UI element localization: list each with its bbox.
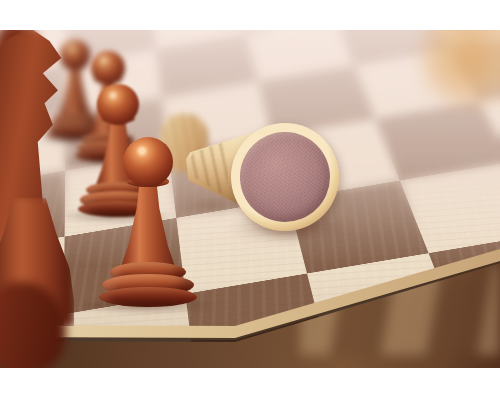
product-photo-canvas — [0, 0, 500, 400]
fallen-pawn-base-rim — [231, 123, 339, 231]
white-background-bottom — [0, 368, 500, 400]
pawn-head — [123, 137, 173, 187]
chess-set-photo — [0, 30, 500, 368]
pawn-in-focus-on-dark-square — [96, 137, 200, 308]
white-background-top — [0, 0, 500, 30]
pawn-body — [113, 181, 184, 270]
fallen-maple-pawn — [0, 30, 500, 368]
pawn-base-ring — [99, 287, 197, 308]
fallen-pawn-felt-pad — [240, 132, 330, 222]
